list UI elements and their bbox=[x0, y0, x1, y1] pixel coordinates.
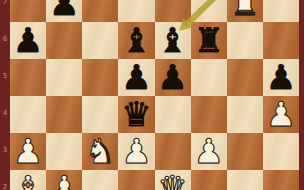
white-knight-c3[interactable]: ♞ bbox=[82, 133, 118, 170]
chess-board-screenshot: ♟♜♟♝♝♜♟♟♟♛♟♟♞♟♟♝♟♛ 765432 bbox=[0, 0, 304, 190]
white-pawn-h4[interactable]: ♟ bbox=[263, 96, 299, 133]
square-g6[interactable] bbox=[227, 22, 263, 59]
square-d6[interactable]: ♝ bbox=[118, 22, 154, 59]
square-a3[interactable]: ♟ bbox=[10, 133, 46, 170]
square-e5[interactable]: ♟ bbox=[155, 59, 191, 96]
square-e6[interactable]: ♝ bbox=[155, 22, 191, 59]
black-rook-f6[interactable]: ♜ bbox=[191, 22, 227, 59]
rank-label-7: 7 bbox=[0, 0, 10, 6]
square-c5[interactable] bbox=[82, 59, 118, 96]
square-e4[interactable] bbox=[155, 96, 191, 133]
square-a4[interactable] bbox=[10, 96, 46, 133]
square-h7[interactable] bbox=[263, 0, 299, 22]
black-pawn-e5[interactable]: ♟ bbox=[155, 59, 191, 96]
white-bishop-a2[interactable]: ♝ bbox=[10, 170, 46, 190]
black-pawn-d5[interactable]: ♟ bbox=[118, 59, 154, 96]
square-f4[interactable] bbox=[191, 96, 227, 133]
square-d5[interactable]: ♟ bbox=[118, 59, 154, 96]
square-a5[interactable] bbox=[10, 59, 46, 96]
white-pawn-b2[interactable]: ♟ bbox=[46, 170, 82, 190]
chess-board[interactable]: ♟♜♟♝♝♜♟♟♟♛♟♟♞♟♟♝♟♛ bbox=[10, 0, 299, 190]
square-b5[interactable] bbox=[46, 59, 82, 96]
square-b2[interactable]: ♟ bbox=[46, 170, 82, 190]
square-h6[interactable] bbox=[263, 22, 299, 59]
square-e2[interactable]: ♛ bbox=[155, 170, 191, 190]
rank-label-4: 4 bbox=[0, 109, 10, 117]
black-pawn-h5[interactable]: ♟ bbox=[263, 59, 299, 96]
square-h3[interactable] bbox=[263, 133, 299, 170]
square-c3[interactable]: ♞ bbox=[82, 133, 118, 170]
square-f3[interactable]: ♟ bbox=[191, 133, 227, 170]
rank-label-2: 2 bbox=[0, 183, 10, 190]
white-rook-g7[interactable]: ♜ bbox=[227, 0, 263, 22]
black-pawn-b7[interactable]: ♟ bbox=[46, 0, 82, 22]
square-h4[interactable]: ♟ bbox=[263, 96, 299, 133]
square-c6[interactable] bbox=[82, 22, 118, 59]
square-f6[interactable]: ♜ bbox=[191, 22, 227, 59]
square-g7[interactable]: ♜ bbox=[227, 0, 263, 22]
square-f7[interactable] bbox=[191, 0, 227, 22]
rank-label-5: 5 bbox=[0, 72, 10, 80]
rank-label-3: 3 bbox=[0, 146, 10, 154]
square-h2[interactable] bbox=[263, 170, 299, 190]
square-b7[interactable]: ♟ bbox=[46, 0, 82, 22]
white-pawn-d3[interactable]: ♟ bbox=[118, 133, 154, 170]
square-g4[interactable] bbox=[227, 96, 263, 133]
square-b4[interactable] bbox=[46, 96, 82, 133]
square-d7[interactable] bbox=[118, 0, 154, 22]
square-a2[interactable]: ♝ bbox=[10, 170, 46, 190]
square-c7[interactable] bbox=[82, 0, 118, 22]
square-g3[interactable] bbox=[227, 133, 263, 170]
square-e3[interactable] bbox=[155, 133, 191, 170]
square-g2[interactable] bbox=[227, 170, 263, 190]
square-c4[interactable] bbox=[82, 96, 118, 133]
square-d2[interactable] bbox=[118, 170, 154, 190]
square-f5[interactable] bbox=[191, 59, 227, 96]
square-g5[interactable] bbox=[227, 59, 263, 96]
white-pawn-f3[interactable]: ♟ bbox=[191, 133, 227, 170]
black-pawn-a6[interactable]: ♟ bbox=[10, 22, 46, 59]
white-pawn-a3[interactable]: ♟ bbox=[10, 133, 46, 170]
square-c2[interactable] bbox=[82, 170, 118, 190]
square-a7[interactable] bbox=[10, 0, 46, 22]
square-b3[interactable] bbox=[46, 133, 82, 170]
black-bishop-e6[interactable]: ♝ bbox=[155, 22, 191, 59]
square-a6[interactable]: ♟ bbox=[10, 22, 46, 59]
black-queen-d4[interactable]: ♛ bbox=[118, 96, 154, 133]
square-f2[interactable] bbox=[191, 170, 227, 190]
square-d3[interactable]: ♟ bbox=[118, 133, 154, 170]
square-h5[interactable]: ♟ bbox=[263, 59, 299, 96]
square-b6[interactable] bbox=[46, 22, 82, 59]
rank-label-6: 6 bbox=[0, 35, 10, 43]
black-bishop-d6[interactable]: ♝ bbox=[118, 22, 154, 59]
square-d4[interactable]: ♛ bbox=[118, 96, 154, 133]
square-e7[interactable] bbox=[155, 0, 191, 22]
white-queen-e2[interactable]: ♛ bbox=[155, 170, 191, 190]
